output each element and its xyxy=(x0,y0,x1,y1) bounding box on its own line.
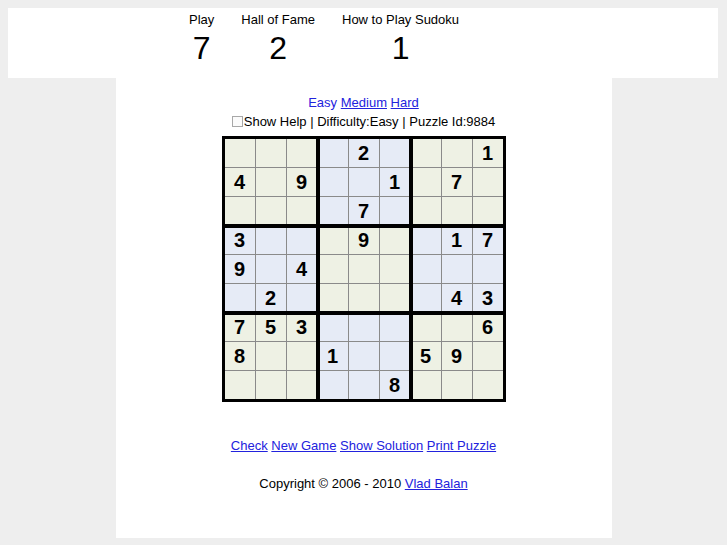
menu-item-hall-of-fame[interactable]: Hall of Fame 2 xyxy=(241,12,315,65)
cell-r1c4[interactable] xyxy=(318,139,348,167)
check-link[interactable]: Check xyxy=(231,438,268,453)
cell-r3c4[interactable] xyxy=(318,197,348,225)
cell-r3c2[interactable] xyxy=(256,197,286,225)
difficulty-easy[interactable]: Easy xyxy=(308,95,337,110)
menu-item-hall-of-fame-count: 2 xyxy=(269,31,287,65)
cell-r8c2[interactable] xyxy=(256,342,286,370)
cell-r4c3[interactable] xyxy=(287,226,317,254)
cell-r9c9[interactable] xyxy=(473,371,503,399)
cell-r2c7[interactable] xyxy=(411,168,441,196)
cell-r3c6[interactable] xyxy=(380,197,410,225)
cell-r2c8: 7 xyxy=(442,168,472,196)
cell-r1c3[interactable] xyxy=(287,139,317,167)
puzzle-id: Puzzle Id:9884 xyxy=(409,114,495,129)
separator-2: | xyxy=(399,114,410,129)
cell-r4c2[interactable] xyxy=(256,226,286,254)
cell-r5c2[interactable] xyxy=(256,255,286,283)
cell-r4c9: 7 xyxy=(473,226,503,254)
cell-r1c8[interactable] xyxy=(442,139,472,167)
menu-item-how-to-play[interactable]: How to Play Sudoku 1 xyxy=(342,12,459,65)
block-separator-vertical-2 xyxy=(409,139,413,399)
cell-r6c7[interactable] xyxy=(411,284,441,312)
block-separator-horizontal-1 xyxy=(225,224,503,228)
block-separator-vertical-1 xyxy=(316,139,320,399)
cell-r9c5[interactable] xyxy=(349,371,379,399)
cell-r1c2[interactable] xyxy=(256,139,286,167)
cell-r3c3[interactable] xyxy=(287,197,317,225)
cell-r6c8: 4 xyxy=(442,284,472,312)
cell-r6c6[interactable] xyxy=(380,284,410,312)
cell-r3c7[interactable] xyxy=(411,197,441,225)
cell-r3c9[interactable] xyxy=(473,197,503,225)
cell-r5c1: 9 xyxy=(225,255,255,283)
cell-r2c3: 9 xyxy=(287,168,317,196)
cell-r7c7[interactable] xyxy=(411,313,441,341)
cell-r4c1: 3 xyxy=(225,226,255,254)
cell-r6c1[interactable] xyxy=(225,284,255,312)
cell-r5c9[interactable] xyxy=(473,255,503,283)
cell-r7c5[interactable] xyxy=(349,313,379,341)
author-link[interactable]: Vlad Balan xyxy=(405,476,468,491)
cell-r2c6: 1 xyxy=(380,168,410,196)
top-menu: Play 7 Hall of Fame 2 How to Play Sudoku… xyxy=(8,8,718,65)
show-help-checkbox[interactable] xyxy=(232,116,243,127)
cell-r2c9[interactable] xyxy=(473,168,503,196)
difficulty-links: Easy Medium Hard xyxy=(116,94,612,111)
cell-r7c3: 3 xyxy=(287,313,317,341)
cell-r7c9: 6 xyxy=(473,313,503,341)
cell-r9c7[interactable] xyxy=(411,371,441,399)
menu-item-play[interactable]: Play 7 xyxy=(189,12,214,65)
cell-r9c6: 8 xyxy=(380,371,410,399)
cell-r7c2: 5 xyxy=(256,313,286,341)
cell-r8c4: 1 xyxy=(318,342,348,370)
cell-r3c1[interactable] xyxy=(225,197,255,225)
print-puzzle-link[interactable]: Print Puzzle xyxy=(427,438,496,453)
cell-r9c1[interactable] xyxy=(225,371,255,399)
action-links: Check New Game Show Solution Print Puzzl… xyxy=(116,438,612,454)
cell-r4c6[interactable] xyxy=(380,226,410,254)
cell-r5c3: 4 xyxy=(287,255,317,283)
cell-r8c6[interactable] xyxy=(380,342,410,370)
cell-r9c8[interactable] xyxy=(442,371,472,399)
copyright-text: Copyright © 2006 - 2010 xyxy=(259,476,404,491)
menu-item-how-to-play-count: 1 xyxy=(392,31,410,65)
cell-r4c7[interactable] xyxy=(411,226,441,254)
header-bar: Play 7 Hall of Fame 2 How to Play Sudoku… xyxy=(8,8,718,78)
copyright: Copyright © 2006 - 2010 Vlad Balan xyxy=(116,476,612,538)
cell-r9c2[interactable] xyxy=(256,371,286,399)
cell-r8c5[interactable] xyxy=(349,342,379,370)
help-line: Show Help | Difficulty:Easy | Puzzle Id:… xyxy=(116,113,612,130)
difficulty-medium-link[interactable]: Medium xyxy=(341,95,387,110)
cell-r1c6[interactable] xyxy=(380,139,410,167)
sudoku-board: 2149177391794243753681598 xyxy=(222,136,506,402)
block-separator-horizontal-2 xyxy=(225,311,503,315)
cell-r1c9: 1 xyxy=(473,139,503,167)
cell-r3c8[interactable] xyxy=(442,197,472,225)
menu-item-hall-of-fame-label: Hall of Fame xyxy=(241,12,315,28)
difficulty-hard-link[interactable]: Hard xyxy=(391,95,419,110)
menu-item-play-label: Play xyxy=(189,12,214,28)
cell-r2c5[interactable] xyxy=(349,168,379,196)
cell-r4c8: 1 xyxy=(442,226,472,254)
cell-r5c5[interactable] xyxy=(349,255,379,283)
menu-item-how-to-play-label: How to Play Sudoku xyxy=(342,12,459,28)
cell-r2c4[interactable] xyxy=(318,168,348,196)
menu-item-play-count: 7 xyxy=(193,31,211,65)
cell-r2c1: 4 xyxy=(225,168,255,196)
cell-r7c4[interactable] xyxy=(318,313,348,341)
main-panel: Easy Medium Hard Show Help | Difficulty:… xyxy=(116,78,612,538)
cell-r5c6[interactable] xyxy=(380,255,410,283)
cell-r7c8[interactable] xyxy=(442,313,472,341)
cell-r3c5: 7 xyxy=(349,197,379,225)
cell-r9c3[interactable] xyxy=(287,371,317,399)
cell-r8c7: 5 xyxy=(411,342,441,370)
cell-r6c2: 2 xyxy=(256,284,286,312)
cell-r4c4[interactable] xyxy=(318,226,348,254)
cell-r5c4[interactable] xyxy=(318,255,348,283)
difficulty-status: Difficulty:Easy xyxy=(317,114,398,129)
cell-r1c7[interactable] xyxy=(411,139,441,167)
cell-r7c6[interactable] xyxy=(380,313,410,341)
cell-r2c2[interactable] xyxy=(256,168,286,196)
cell-r6c3[interactable] xyxy=(287,284,317,312)
cell-r5c7[interactable] xyxy=(411,255,441,283)
cell-r7c1: 7 xyxy=(225,313,255,341)
cell-r6c4[interactable] xyxy=(318,284,348,312)
cell-r8c8: 9 xyxy=(442,342,472,370)
new-game-link[interactable]: New Game xyxy=(271,438,336,453)
cell-r8c3[interactable] xyxy=(287,342,317,370)
show-help-label: Show Help xyxy=(244,114,307,129)
cell-r1c1[interactable] xyxy=(225,139,255,167)
cell-r8c9[interactable] xyxy=(473,342,503,370)
separator-1: | xyxy=(307,114,318,129)
show-solution-link[interactable]: Show Solution xyxy=(340,438,423,453)
cell-r6c9: 3 xyxy=(473,284,503,312)
cell-r9c4[interactable] xyxy=(318,371,348,399)
cell-r4c5: 9 xyxy=(349,226,379,254)
cell-r8c1: 8 xyxy=(225,342,255,370)
cell-r5c8[interactable] xyxy=(442,255,472,283)
cell-r1c5: 2 xyxy=(349,139,379,167)
cell-r6c5[interactable] xyxy=(349,284,379,312)
